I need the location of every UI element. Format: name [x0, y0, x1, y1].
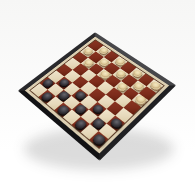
product-photo-canvas [0, 0, 195, 195]
